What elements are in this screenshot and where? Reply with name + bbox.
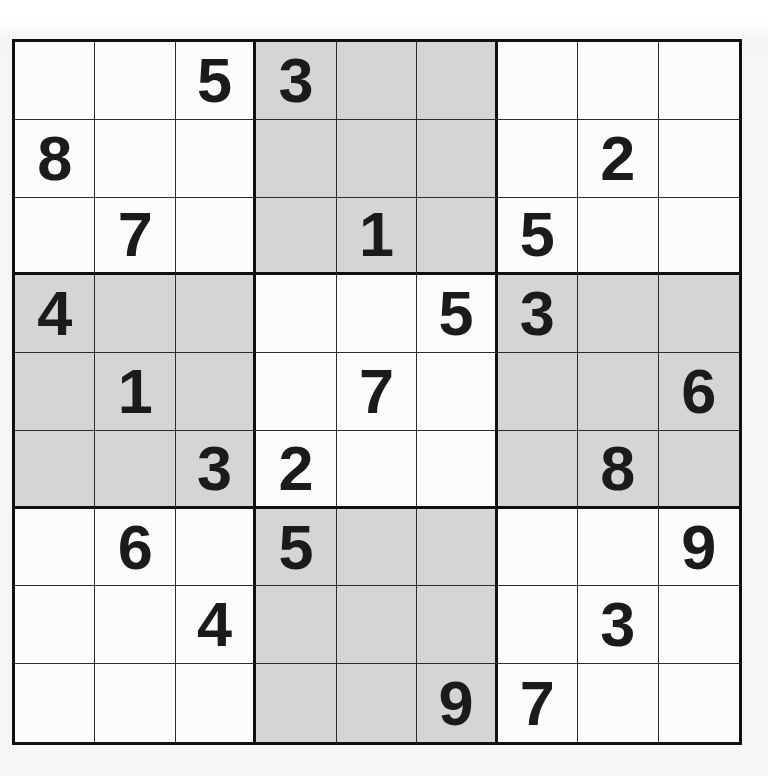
- cell-r2c2[interactable]: [95, 120, 175, 198]
- cell-r9c9[interactable]: [659, 664, 739, 742]
- cell-r4c7[interactable]: 3: [498, 275, 578, 353]
- cell-r1c8[interactable]: [578, 42, 658, 120]
- cell-r7c8[interactable]: [578, 509, 658, 587]
- cell-r7c7[interactable]: [498, 509, 578, 587]
- cell-r3c9[interactable]: [659, 198, 739, 276]
- cell-r6c8[interactable]: 8: [578, 431, 658, 509]
- cell-r8c3[interactable]: 4: [176, 586, 256, 664]
- cell-r4c1[interactable]: 4: [15, 275, 95, 353]
- cell-r1c5[interactable]: [337, 42, 417, 120]
- cell-r6c2[interactable]: [95, 431, 175, 509]
- cell-r6c6[interactable]: [417, 431, 497, 509]
- cell-r4c5[interactable]: [337, 275, 417, 353]
- cell-r8c8[interactable]: 3: [578, 586, 658, 664]
- cell-r8c2[interactable]: [95, 586, 175, 664]
- cell-r1c3[interactable]: 5: [176, 42, 256, 120]
- cell-r6c9[interactable]: [659, 431, 739, 509]
- cell-r9c3[interactable]: [176, 664, 256, 742]
- cell-r2c7[interactable]: [498, 120, 578, 198]
- cell-r2c4[interactable]: [256, 120, 336, 198]
- cell-r2c5[interactable]: [337, 120, 417, 198]
- cell-r5c1[interactable]: [15, 353, 95, 431]
- cell-r9c4[interactable]: [256, 664, 336, 742]
- cell-r1c4[interactable]: 3: [256, 42, 336, 120]
- cell-r5c4[interactable]: [256, 353, 336, 431]
- cell-r8c1[interactable]: [15, 586, 95, 664]
- cell-r4c6[interactable]: 5: [417, 275, 497, 353]
- cell-r7c4[interactable]: 5: [256, 509, 336, 587]
- cell-r7c3[interactable]: [176, 509, 256, 587]
- cell-r8c7[interactable]: [498, 586, 578, 664]
- cell-r7c1[interactable]: [15, 509, 95, 587]
- cell-r7c5[interactable]: [337, 509, 417, 587]
- cell-r6c7[interactable]: [498, 431, 578, 509]
- cell-r5c6[interactable]: [417, 353, 497, 431]
- cell-r5c3[interactable]: [176, 353, 256, 431]
- cell-r3c6[interactable]: [417, 198, 497, 276]
- cell-r3c8[interactable]: [578, 198, 658, 276]
- cell-r4c8[interactable]: [578, 275, 658, 353]
- cell-r1c6[interactable]: [417, 42, 497, 120]
- page-background: 53827154531763286594397: [0, 0, 768, 776]
- sudoku-board: 53827154531763286594397: [12, 39, 742, 745]
- cell-r5c5[interactable]: 7: [337, 353, 417, 431]
- cell-r8c5[interactable]: [337, 586, 417, 664]
- cell-r3c5[interactable]: 1: [337, 198, 417, 276]
- cell-r4c4[interactable]: [256, 275, 336, 353]
- cell-r2c1[interactable]: 8: [15, 120, 95, 198]
- cell-r2c3[interactable]: [176, 120, 256, 198]
- cell-r8c6[interactable]: [417, 586, 497, 664]
- cell-r1c7[interactable]: [498, 42, 578, 120]
- cell-r9c2[interactable]: [95, 664, 175, 742]
- cell-r8c4[interactable]: [256, 586, 336, 664]
- cell-r4c2[interactable]: [95, 275, 175, 353]
- cell-r3c7[interactable]: 5: [498, 198, 578, 276]
- cell-r6c5[interactable]: [337, 431, 417, 509]
- cell-r3c3[interactable]: [176, 198, 256, 276]
- cell-r7c6[interactable]: [417, 509, 497, 587]
- cell-r1c1[interactable]: [15, 42, 95, 120]
- cell-r4c9[interactable]: [659, 275, 739, 353]
- cell-r1c2[interactable]: [95, 42, 175, 120]
- cell-r7c9[interactable]: 9: [659, 509, 739, 587]
- cell-r1c9[interactable]: [659, 42, 739, 120]
- cell-r6c3[interactable]: 3: [176, 431, 256, 509]
- cell-r6c1[interactable]: [15, 431, 95, 509]
- cell-r6c4[interactable]: 2: [256, 431, 336, 509]
- cell-r5c2[interactable]: 1: [95, 353, 175, 431]
- cell-r3c2[interactable]: 7: [95, 198, 175, 276]
- cell-r2c8[interactable]: 2: [578, 120, 658, 198]
- cell-r9c6[interactable]: 9: [417, 664, 497, 742]
- cell-r5c8[interactable]: [578, 353, 658, 431]
- cell-r4c3[interactable]: [176, 275, 256, 353]
- cell-r9c7[interactable]: 7: [498, 664, 578, 742]
- cell-r5c9[interactable]: 6: [659, 353, 739, 431]
- cell-r5c7[interactable]: [498, 353, 578, 431]
- cell-r2c9[interactable]: [659, 120, 739, 198]
- cell-r9c1[interactable]: [15, 664, 95, 742]
- cell-r3c1[interactable]: [15, 198, 95, 276]
- cell-r9c5[interactable]: [337, 664, 417, 742]
- cell-r8c9[interactable]: [659, 586, 739, 664]
- cell-r7c2[interactable]: 6: [95, 509, 175, 587]
- cell-r2c6[interactable]: [417, 120, 497, 198]
- cell-r9c8[interactable]: [578, 664, 658, 742]
- cell-r3c4[interactable]: [256, 198, 336, 276]
